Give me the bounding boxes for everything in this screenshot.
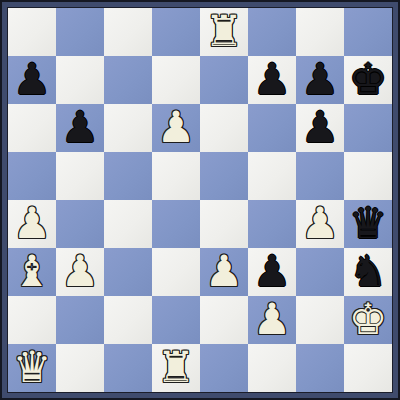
square-b3[interactable]: ♟ <box>56 248 104 296</box>
square-g5[interactable] <box>296 152 344 200</box>
black-knight-icon: ♞ <box>349 248 388 295</box>
square-d4[interactable] <box>152 200 200 248</box>
black-pawn-icon: ♟ <box>61 104 100 151</box>
square-b7[interactable] <box>56 56 104 104</box>
square-e4[interactable] <box>200 200 248 248</box>
square-e3[interactable]: ♟ <box>200 248 248 296</box>
black-pawn-icon: ♟ <box>253 248 292 295</box>
black-queen-icon: ♛ <box>349 200 388 247</box>
square-a1[interactable]: ♛ <box>8 344 56 392</box>
square-h2[interactable]: ♚ <box>344 296 392 344</box>
black-pawn-icon: ♟ <box>13 56 52 103</box>
square-c6[interactable] <box>104 104 152 152</box>
square-h1[interactable] <box>344 344 392 392</box>
square-h7[interactable]: ♚ <box>344 56 392 104</box>
square-a5[interactable] <box>8 152 56 200</box>
square-h8[interactable] <box>344 8 392 56</box>
square-d8[interactable] <box>152 8 200 56</box>
square-f4[interactable] <box>248 200 296 248</box>
square-a2[interactable] <box>8 296 56 344</box>
black-king-icon: ♚ <box>349 56 388 103</box>
square-a7[interactable]: ♟ <box>8 56 56 104</box>
square-g3[interactable] <box>296 248 344 296</box>
square-e7[interactable] <box>200 56 248 104</box>
white-pawn-icon: ♟ <box>301 200 340 247</box>
square-e6[interactable] <box>200 104 248 152</box>
square-f1[interactable] <box>248 344 296 392</box>
white-pawn-icon: ♟ <box>61 248 100 295</box>
square-a4[interactable]: ♟ <box>8 200 56 248</box>
square-g1[interactable] <box>296 344 344 392</box>
square-b2[interactable] <box>56 296 104 344</box>
square-c4[interactable] <box>104 200 152 248</box>
square-f7[interactable]: ♟ <box>248 56 296 104</box>
chess-board-frame: ♜♟♟♟♚♟♟♟♟♟♛♝♟♟♟♞♟♚♛♜ <box>0 0 400 400</box>
square-b6[interactable]: ♟ <box>56 104 104 152</box>
white-pawn-icon: ♟ <box>205 248 244 295</box>
square-e8[interactable]: ♜ <box>200 8 248 56</box>
white-queen-icon: ♛ <box>13 344 52 391</box>
square-h4[interactable]: ♛ <box>344 200 392 248</box>
white-bishop-icon: ♝ <box>13 248 52 295</box>
square-c3[interactable] <box>104 248 152 296</box>
white-pawn-icon: ♟ <box>13 200 52 247</box>
square-f6[interactable] <box>248 104 296 152</box>
square-c1[interactable] <box>104 344 152 392</box>
square-f8[interactable] <box>248 8 296 56</box>
square-f3[interactable]: ♟ <box>248 248 296 296</box>
square-c8[interactable] <box>104 8 152 56</box>
square-d6[interactable]: ♟ <box>152 104 200 152</box>
square-d2[interactable] <box>152 296 200 344</box>
black-pawn-icon: ♟ <box>253 56 292 103</box>
square-g7[interactable]: ♟ <box>296 56 344 104</box>
square-f2[interactable]: ♟ <box>248 296 296 344</box>
white-rook-icon: ♜ <box>205 8 244 55</box>
square-b8[interactable] <box>56 8 104 56</box>
white-pawn-icon: ♟ <box>157 104 196 151</box>
square-b5[interactable] <box>56 152 104 200</box>
black-pawn-icon: ♟ <box>301 56 340 103</box>
square-e1[interactable] <box>200 344 248 392</box>
black-pawn-icon: ♟ <box>301 104 340 151</box>
square-h6[interactable] <box>344 104 392 152</box>
square-h3[interactable]: ♞ <box>344 248 392 296</box>
square-c7[interactable] <box>104 56 152 104</box>
square-b1[interactable] <box>56 344 104 392</box>
square-c5[interactable] <box>104 152 152 200</box>
square-e2[interactable] <box>200 296 248 344</box>
square-d3[interactable] <box>152 248 200 296</box>
square-d5[interactable] <box>152 152 200 200</box>
square-a3[interactable]: ♝ <box>8 248 56 296</box>
square-g8[interactable] <box>296 8 344 56</box>
square-g2[interactable] <box>296 296 344 344</box>
square-a6[interactable] <box>8 104 56 152</box>
chess-board: ♜♟♟♟♚♟♟♟♟♟♛♝♟♟♟♞♟♚♛♜ <box>8 8 392 392</box>
square-d7[interactable] <box>152 56 200 104</box>
square-c2[interactable] <box>104 296 152 344</box>
square-a8[interactable] <box>8 8 56 56</box>
white-pawn-icon: ♟ <box>253 296 292 343</box>
square-h5[interactable] <box>344 152 392 200</box>
white-rook-icon: ♜ <box>157 344 196 391</box>
square-g6[interactable]: ♟ <box>296 104 344 152</box>
square-f5[interactable] <box>248 152 296 200</box>
square-e5[interactable] <box>200 152 248 200</box>
white-king-icon: ♚ <box>349 296 388 343</box>
square-g4[interactable]: ♟ <box>296 200 344 248</box>
square-d1[interactable]: ♜ <box>152 344 200 392</box>
square-b4[interactable] <box>56 200 104 248</box>
